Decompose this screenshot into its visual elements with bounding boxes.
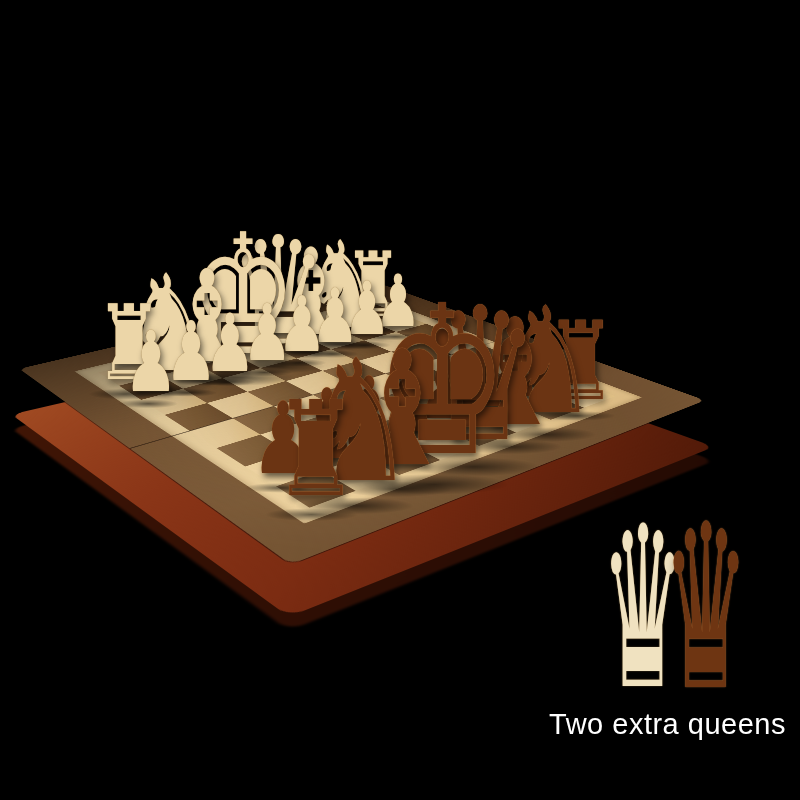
product-photo-scene: ♜♞♝♛♚♝♞♜♟♟♟♟♟♟♟♟♟♟♟♟♟♟♟♟♜♞♝♛♚♝♞♜ ♛ ♛ Two… bbox=[0, 0, 800, 800]
extra-queens-caption: Two extra queens bbox=[545, 708, 790, 741]
extra-black-queen: ♛ bbox=[663, 494, 749, 722]
